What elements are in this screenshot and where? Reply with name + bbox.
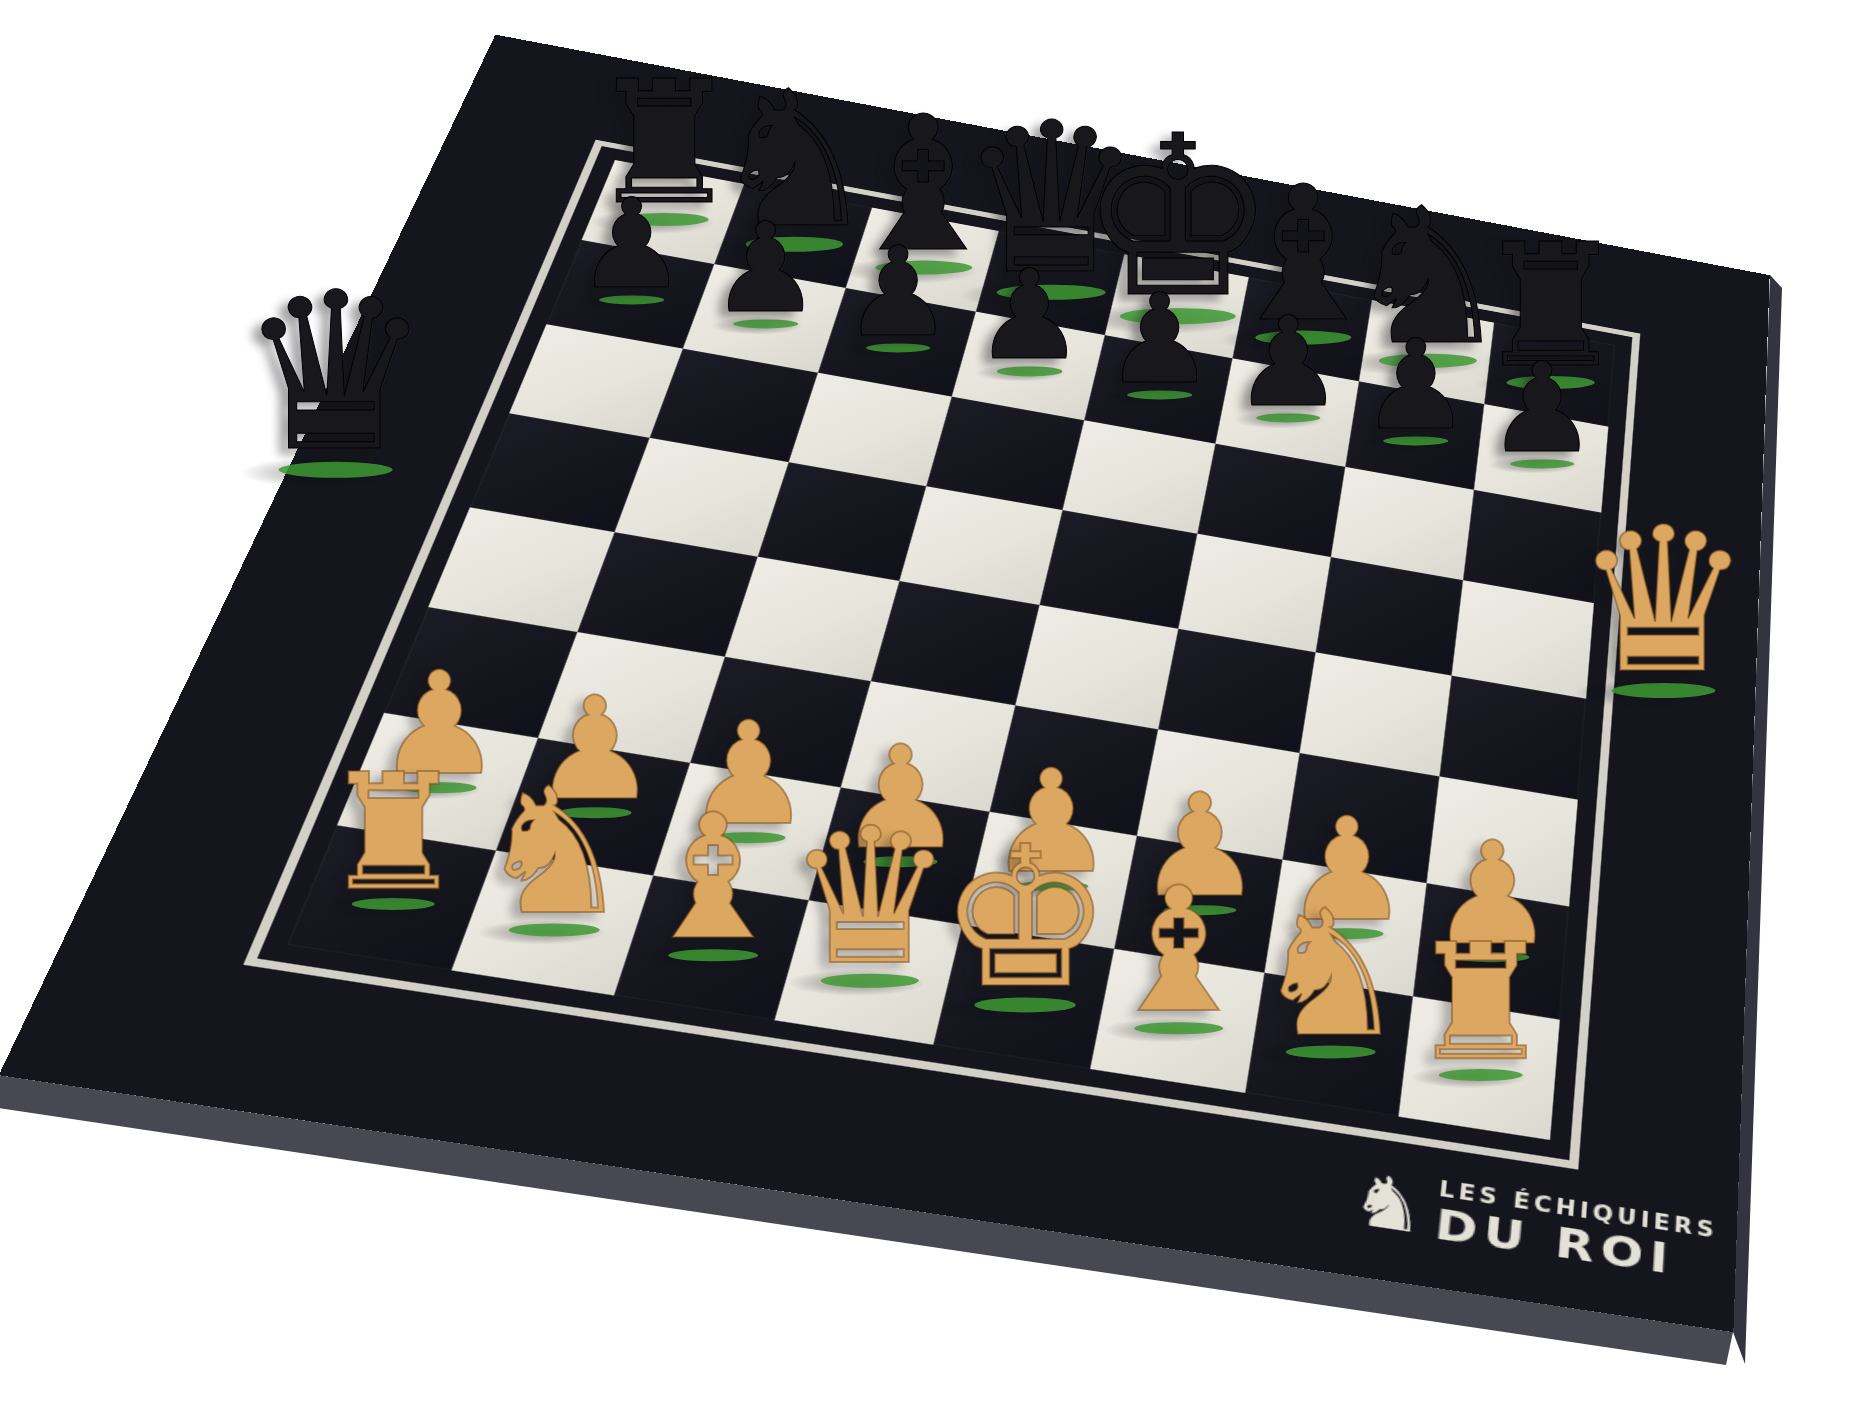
piece-black-queen-offboard[interactable]: ♛ <box>238 264 433 482</box>
piece-glyph: ♟ <box>1233 300 1344 424</box>
piece-white-rook-h1[interactable]: ♜ <box>1409 923 1552 1083</box>
piece-white-queen-d1[interactable]: ♛ <box>786 802 955 990</box>
piece-glyph: ♟ <box>1360 323 1471 447</box>
piece-black-pawn-g7[interactable]: ♟ <box>1360 323 1471 447</box>
chess-set-photo: ♞ LES ÉCHIQUIERS DU ROI ♜♞♝♛♚♝♞♜♟♟♟♟♟♟♟♟… <box>0 0 1854 1406</box>
piece-glyph: ♛ <box>786 802 955 990</box>
piece-black-pawn-d7[interactable]: ♟ <box>974 254 1085 378</box>
piece-glyph: ♝ <box>636 792 790 964</box>
piece-glyph: ♚ <box>938 821 1112 1015</box>
piece-black-pawn-b7[interactable]: ♟ <box>710 206 821 330</box>
piece-white-king-e1[interactable]: ♚ <box>938 821 1112 1015</box>
piece-glyph: ♟ <box>576 182 687 306</box>
piece-glyph: ♛ <box>238 264 433 482</box>
piece-glyph: ♟ <box>1104 277 1215 401</box>
piece-glyph: ♟ <box>974 254 1085 378</box>
piece-glyph: ♟ <box>710 206 821 330</box>
piece-glyph: ♟ <box>1487 346 1598 470</box>
piece-white-knight-b1[interactable]: ♞ <box>476 765 632 939</box>
piece-black-pawn-h7[interactable]: ♟ <box>1487 346 1598 470</box>
piece-white-queen-offboard[interactable]: ♛ <box>1573 501 1752 701</box>
piece-black-pawn-c7[interactable]: ♟ <box>843 230 954 354</box>
piece-glyph: ♞ <box>476 765 632 939</box>
piece-glyph: ♜ <box>322 753 465 913</box>
piece-glyph: ♝ <box>1102 865 1256 1037</box>
piece-white-rook-a1[interactable]: ♜ <box>322 753 465 913</box>
pieces-layer: ♜♞♝♛♚♝♞♜♟♟♟♟♟♟♟♟♟♟♟♟♟♟♟♟♜♞♝♛♚♝♞♜♛♛ <box>0 0 1854 1406</box>
piece-black-pawn-e7[interactable]: ♟ <box>1104 277 1215 401</box>
piece-white-knight-g1[interactable]: ♞ <box>1253 887 1409 1061</box>
piece-white-bishop-f1[interactable]: ♝ <box>1102 865 1256 1037</box>
piece-glyph: ♞ <box>1253 887 1409 1061</box>
piece-black-pawn-f7[interactable]: ♟ <box>1233 300 1344 424</box>
piece-glyph: ♛ <box>1573 501 1752 701</box>
piece-black-pawn-a7[interactable]: ♟ <box>576 182 687 306</box>
piece-glyph: ♜ <box>1409 923 1552 1083</box>
piece-glyph: ♟ <box>843 230 954 354</box>
piece-white-bishop-c1[interactable]: ♝ <box>636 792 790 964</box>
